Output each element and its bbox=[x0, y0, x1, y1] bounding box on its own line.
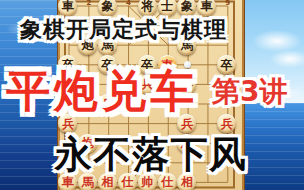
piece-black-chariot[interactable]: 車 bbox=[197, 0, 216, 16]
piece-red-pawn[interactable]: 兵 bbox=[58, 114, 77, 133]
sea-background-right bbox=[242, 103, 304, 190]
episode-badge: 第3讲 bbox=[212, 78, 287, 106]
piece-black-elephant[interactable]: 象 bbox=[98, 0, 117, 16]
piece-black-chariot[interactable]: 車 bbox=[58, 0, 77, 16]
piece-black-general[interactable]: 将 bbox=[138, 0, 157, 16]
main-title: 平炮兑车 bbox=[6, 69, 198, 113]
cloud bbox=[252, 30, 302, 52]
series-title: 象棋开局定式与棋理 bbox=[20, 19, 227, 41]
video-thumbnail: 123456789 車象将士象車士炮炮馬馬卒卒卒車卒兵卒兵兵兵兵炮炮馬車馬相仕帅… bbox=[0, 0, 304, 190]
piece-red-pawn[interactable]: 兵 bbox=[177, 114, 196, 133]
subtitle: 永不落下风 bbox=[55, 136, 248, 173]
wave-streaks bbox=[242, 103, 304, 190]
cloud bbox=[270, 50, 304, 68]
piece-red-pawn[interactable]: 兵 bbox=[217, 114, 236, 133]
piece-black-advisor[interactable]: 士 bbox=[158, 0, 177, 16]
piece-black-elephant[interactable]: 象 bbox=[177, 0, 196, 16]
piece-black-pawn[interactable]: 卒 bbox=[217, 55, 236, 74]
